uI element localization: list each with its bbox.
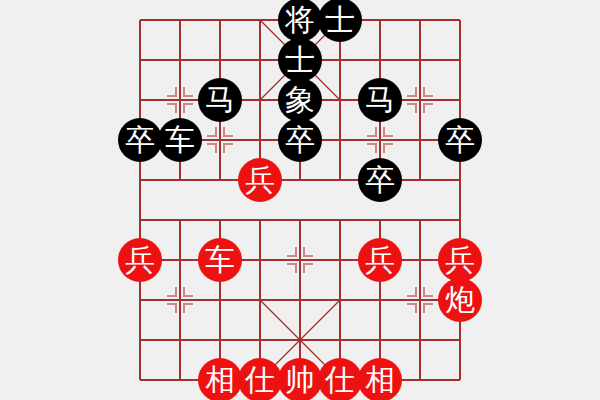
- red-advisor-piece[interactable]: 仕: [318, 358, 362, 400]
- black-horse-piece[interactable]: 马: [198, 78, 242, 122]
- red-elephant-piece[interactable]: 相: [198, 358, 242, 400]
- red-chariot-piece[interactable]: 车: [198, 238, 242, 282]
- black-advisor-piece[interactable]: 士: [278, 38, 322, 82]
- xiangqi-diagram: 将士士马象马卒车卒卒兵卒兵车兵兵炮相仕帅仕相: [0, 0, 600, 400]
- pieces-layer: 将士士马象马卒车卒卒兵卒兵车兵兵炮相仕帅仕相: [0, 0, 600, 400]
- black-soldier-piece[interactable]: 卒: [438, 118, 482, 162]
- black-chariot-piece[interactable]: 车: [158, 118, 202, 162]
- black-horse-piece[interactable]: 马: [358, 78, 402, 122]
- black-soldier-piece[interactable]: 卒: [278, 118, 322, 162]
- black-soldier-piece[interactable]: 卒: [358, 158, 402, 202]
- red-soldier-piece[interactable]: 兵: [438, 238, 482, 282]
- red-advisor-piece[interactable]: 仕: [238, 358, 282, 400]
- black-soldier-piece[interactable]: 卒: [118, 118, 162, 162]
- red-king-piece[interactable]: 帅: [278, 358, 322, 400]
- red-cannon-piece[interactable]: 炮: [438, 278, 482, 322]
- red-soldier-piece[interactable]: 兵: [358, 238, 402, 282]
- red-elephant-piece[interactable]: 相: [358, 358, 402, 400]
- red-soldier-piece[interactable]: 兵: [238, 158, 282, 202]
- red-soldier-piece[interactable]: 兵: [118, 238, 162, 282]
- black-elephant-piece[interactable]: 象: [278, 78, 322, 122]
- black-advisor-piece[interactable]: 士: [318, 0, 362, 42]
- black-general-piece[interactable]: 将: [278, 0, 322, 42]
